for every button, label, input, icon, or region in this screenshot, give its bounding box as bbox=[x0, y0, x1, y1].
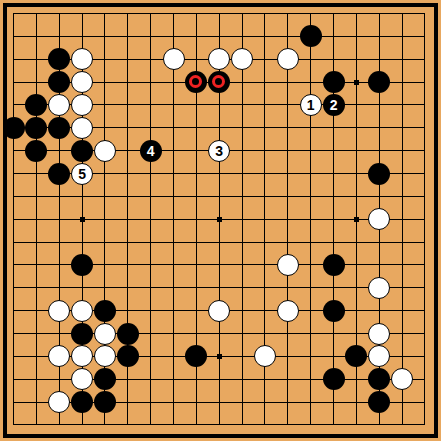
stone-white bbox=[277, 48, 299, 70]
stone-white bbox=[231, 48, 253, 70]
stone-white bbox=[277, 300, 299, 322]
stone-black bbox=[71, 391, 93, 413]
grid-line-horizontal bbox=[13, 287, 425, 288]
stone-black bbox=[71, 140, 93, 162]
move-number: 4 bbox=[147, 144, 155, 158]
go-board[interactable]: 12435 bbox=[0, 0, 441, 441]
stone-white bbox=[71, 94, 93, 116]
stone-white bbox=[208, 48, 230, 70]
stone-white bbox=[71, 368, 93, 390]
circle-mark bbox=[212, 75, 225, 88]
stone-black bbox=[368, 163, 390, 185]
stone-black: 4 bbox=[140, 140, 162, 162]
stone-black bbox=[323, 368, 345, 390]
stone-black bbox=[117, 345, 139, 367]
grid-line-vertical bbox=[287, 13, 288, 425]
stone-black bbox=[48, 163, 70, 185]
stone-white bbox=[71, 345, 93, 367]
stone-black: 2 bbox=[323, 94, 345, 116]
stone-black bbox=[345, 345, 367, 367]
stone-white bbox=[94, 345, 116, 367]
stone-white bbox=[48, 345, 70, 367]
stone-white bbox=[71, 48, 93, 70]
stone-black bbox=[71, 323, 93, 345]
grid-line-horizontal bbox=[13, 242, 425, 243]
stone-black bbox=[323, 71, 345, 93]
stone-black bbox=[300, 25, 322, 47]
move-number: 1 bbox=[307, 98, 315, 112]
move-number: 3 bbox=[215, 144, 223, 158]
stone-black bbox=[185, 345, 207, 367]
stone-black bbox=[48, 48, 70, 70]
stone-white bbox=[71, 117, 93, 139]
stone-black bbox=[368, 368, 390, 390]
star-point bbox=[354, 217, 359, 222]
stone-black bbox=[94, 368, 116, 390]
move-number: 2 bbox=[330, 98, 338, 112]
stone-black bbox=[3, 117, 25, 139]
grid-line-vertical bbox=[424, 13, 425, 425]
stone-white: 5 bbox=[71, 163, 93, 185]
stone-black bbox=[94, 391, 116, 413]
stone-black bbox=[94, 300, 116, 322]
stone-white bbox=[368, 277, 390, 299]
stone-white: 1 bbox=[300, 94, 322, 116]
stone-black bbox=[48, 117, 70, 139]
stone-black bbox=[117, 323, 139, 345]
stone-white bbox=[277, 254, 299, 276]
stone-white bbox=[48, 94, 70, 116]
stone-black bbox=[25, 140, 47, 162]
stone-white bbox=[368, 323, 390, 345]
stone-black bbox=[323, 300, 345, 322]
stone-black bbox=[208, 71, 230, 93]
move-number: 5 bbox=[78, 167, 86, 181]
stone-white bbox=[368, 208, 390, 230]
stone-white bbox=[94, 140, 116, 162]
grid-line-vertical bbox=[242, 13, 243, 425]
star-point bbox=[354, 80, 359, 85]
stone-white bbox=[368, 345, 390, 367]
stone-black bbox=[48, 71, 70, 93]
stone-white bbox=[48, 391, 70, 413]
stone-white bbox=[163, 48, 185, 70]
star-point bbox=[80, 217, 85, 222]
grid-line-horizontal bbox=[13, 424, 425, 425]
stone-white bbox=[94, 323, 116, 345]
stone-black bbox=[185, 71, 207, 93]
stone-white bbox=[48, 300, 70, 322]
star-point bbox=[217, 354, 222, 359]
stone-white bbox=[71, 71, 93, 93]
circle-mark bbox=[189, 75, 202, 88]
stone-white bbox=[391, 368, 413, 390]
stone-black bbox=[25, 94, 47, 116]
stone-white bbox=[254, 345, 276, 367]
stone-black bbox=[71, 254, 93, 276]
stone-black bbox=[323, 254, 345, 276]
star-point bbox=[217, 217, 222, 222]
grid-line-vertical bbox=[402, 13, 403, 425]
stone-white bbox=[71, 300, 93, 322]
stone-white: 3 bbox=[208, 140, 230, 162]
stone-black bbox=[25, 117, 47, 139]
grid-line-vertical bbox=[310, 13, 311, 425]
stone-black bbox=[368, 71, 390, 93]
stone-white bbox=[208, 300, 230, 322]
stone-black bbox=[368, 391, 390, 413]
